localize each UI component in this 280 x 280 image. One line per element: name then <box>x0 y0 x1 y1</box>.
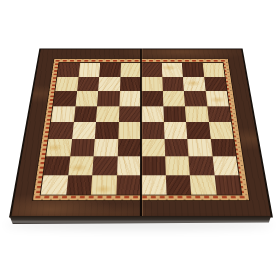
square-e1 <box>141 175 166 195</box>
square-g8 <box>182 63 204 77</box>
square-b3 <box>70 139 95 157</box>
square-c8 <box>99 63 120 77</box>
square-d1 <box>116 175 141 195</box>
square-d7 <box>120 77 141 91</box>
square-f4 <box>164 122 188 139</box>
square-d5 <box>118 106 141 122</box>
square-g5 <box>185 106 209 122</box>
square-a3 <box>46 139 72 157</box>
square-b6 <box>75 91 98 106</box>
square-a1 <box>41 175 68 195</box>
square-g6 <box>184 91 207 106</box>
square-f5 <box>163 106 186 122</box>
board-shadow <box>6 221 272 229</box>
square-f1 <box>165 175 191 195</box>
square-b7 <box>77 77 99 91</box>
square-h6 <box>205 91 229 106</box>
chess-board <box>9 48 273 217</box>
square-b4 <box>72 122 96 139</box>
square-f7 <box>162 77 184 91</box>
square-a2 <box>43 156 69 175</box>
square-d4 <box>118 122 141 139</box>
square-a4 <box>49 122 74 139</box>
square-f8 <box>161 63 182 77</box>
square-h3 <box>210 139 236 157</box>
square-e3 <box>141 139 165 157</box>
square-c2 <box>92 156 117 175</box>
square-h1 <box>214 175 241 195</box>
square-c4 <box>95 122 119 139</box>
square-g3 <box>187 139 212 157</box>
square-h5 <box>207 106 231 122</box>
square-d3 <box>117 139 141 157</box>
square-a6 <box>53 91 77 106</box>
square-h8 <box>202 63 224 77</box>
square-a5 <box>51 106 75 122</box>
square-d8 <box>120 63 141 77</box>
square-f6 <box>162 91 184 106</box>
square-c1 <box>91 175 117 195</box>
fold-seam <box>139 48 142 217</box>
square-f3 <box>164 139 188 157</box>
square-a7 <box>55 77 78 91</box>
square-c7 <box>98 77 120 91</box>
square-h4 <box>209 122 234 139</box>
square-c5 <box>96 106 119 122</box>
square-b8 <box>78 63 100 77</box>
square-e2 <box>141 156 165 175</box>
square-g4 <box>186 122 210 139</box>
square-e8 <box>141 63 162 77</box>
photo-background <box>0 0 280 280</box>
square-e7 <box>141 77 162 91</box>
square-h2 <box>212 156 238 175</box>
square-a8 <box>57 63 79 77</box>
square-g2 <box>188 156 214 175</box>
square-b2 <box>68 156 94 175</box>
square-h7 <box>204 77 227 91</box>
square-c6 <box>97 91 119 106</box>
square-b1 <box>66 175 92 195</box>
square-d2 <box>117 156 141 175</box>
square-b5 <box>73 106 97 122</box>
square-f2 <box>165 156 190 175</box>
square-d6 <box>119 91 141 106</box>
square-e6 <box>141 91 163 106</box>
square-g7 <box>183 77 205 91</box>
square-e4 <box>141 122 164 139</box>
square-c3 <box>94 139 118 157</box>
square-e5 <box>141 106 164 122</box>
square-g1 <box>190 175 216 195</box>
